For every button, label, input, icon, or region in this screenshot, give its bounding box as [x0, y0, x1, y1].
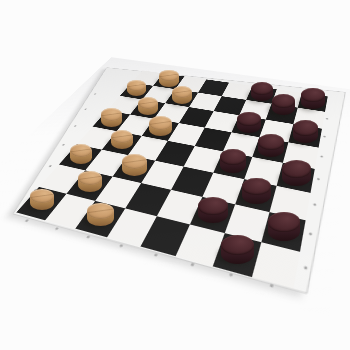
piece-dark-f3[interactable]	[237, 112, 261, 133]
piece-top	[221, 235, 254, 255]
piece-dark-g2[interactable]	[272, 94, 295, 114]
piece-top	[293, 120, 319, 136]
piece-light-c6[interactable]	[122, 154, 147, 176]
piece-light-a4[interactable]	[101, 108, 122, 126]
piece-dark-f1[interactable]	[251, 82, 273, 101]
piece-top	[258, 134, 284, 150]
piece-dark-g6[interactable]	[242, 178, 271, 204]
piece-top	[149, 116, 171, 129]
piece-light-b7[interactable]	[78, 171, 103, 193]
piece-dark-f5[interactable]	[220, 149, 247, 172]
piece-top	[268, 212, 301, 232]
piece-dark-h7[interactable]	[268, 212, 301, 241]
piece-light-c8[interactable]	[87, 203, 114, 227]
piece-light-a6[interactable]	[70, 144, 93, 164]
piece-light-a8[interactable]	[30, 189, 55, 211]
checkers-board-photo	[0, 0, 350, 350]
piece-top	[101, 108, 122, 120]
piece-dark-h3[interactable]	[293, 120, 319, 143]
piece-top	[122, 154, 147, 169]
piece-dark-g4[interactable]	[258, 134, 284, 157]
piece-light-c2[interactable]	[172, 86, 193, 104]
piece-top	[159, 70, 178, 81]
piece-dark-f7[interactable]	[198, 197, 228, 223]
piece-top	[251, 82, 273, 95]
piece-top	[198, 197, 228, 215]
piece-light-b5[interactable]	[111, 130, 133, 150]
piece-light-b3[interactable]	[138, 97, 159, 115]
piece-light-c4[interactable]	[149, 116, 171, 136]
piece-dark-h5[interactable]	[282, 160, 311, 185]
piece-top	[282, 160, 311, 177]
piece-dark-h1[interactable]	[301, 88, 324, 109]
piece-top	[87, 203, 114, 219]
piece-light-b1[interactable]	[159, 70, 178, 87]
piece-dark-g8[interactable]	[221, 235, 254, 264]
piece-light-a2[interactable]	[127, 80, 146, 97]
